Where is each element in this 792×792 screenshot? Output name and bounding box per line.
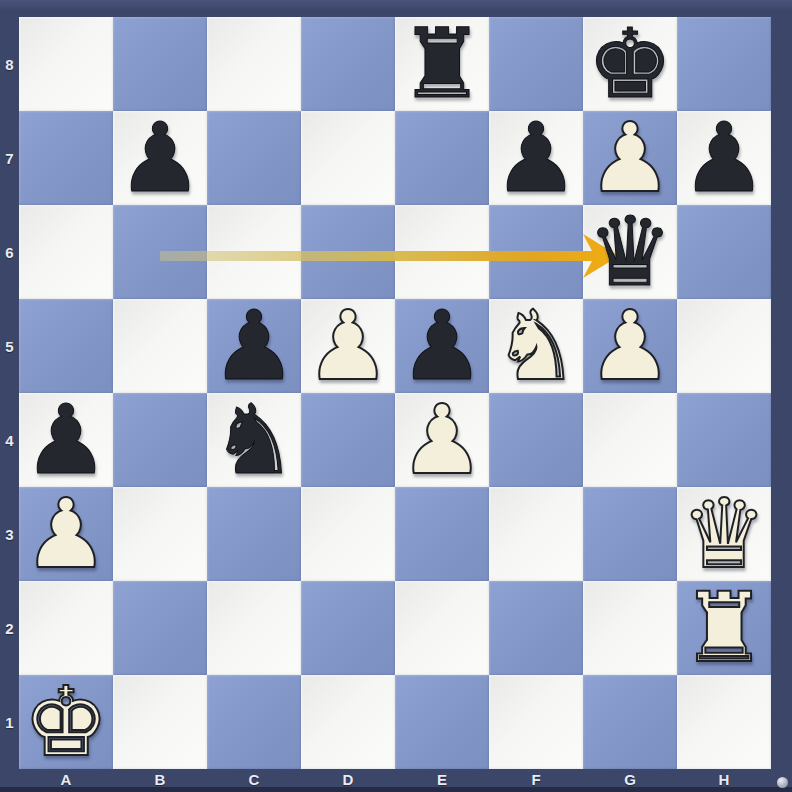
black-pawn-h7: ♟: [681, 111, 767, 205]
square-e3[interactable]: [395, 487, 489, 581]
square-h6[interactable]: [677, 205, 771, 299]
white-pawn-a3: ♟: [23, 487, 109, 581]
square-b7[interactable]: ♟: [113, 111, 207, 205]
square-d8[interactable]: [301, 17, 395, 111]
rank-label-8: 8: [0, 17, 19, 111]
square-c7[interactable]: [207, 111, 301, 205]
rank-label-5: 5: [0, 299, 19, 393]
square-b8[interactable]: [113, 17, 207, 111]
square-d4[interactable]: [301, 393, 395, 487]
square-e4[interactable]: ♟: [395, 393, 489, 487]
square-g3[interactable]: [583, 487, 677, 581]
square-c2[interactable]: [207, 581, 301, 675]
chess-diagram-frame: 87654321 ABCDEFGH ♜♚♟♟♟♟♛♟♟♟♞♟♟♞♟♟♛♜♚: [0, 0, 792, 792]
square-f4[interactable]: [489, 393, 583, 487]
rank-labels: 87654321: [0, 17, 19, 769]
square-d7[interactable]: [301, 111, 395, 205]
square-f3[interactable]: [489, 487, 583, 581]
square-g4[interactable]: [583, 393, 677, 487]
square-f5[interactable]: ♞: [489, 299, 583, 393]
square-e6[interactable]: [395, 205, 489, 299]
file-label-b: B: [113, 769, 207, 789]
black-pawn-e5: ♟: [399, 299, 485, 393]
square-a6[interactable]: [19, 205, 113, 299]
square-a3[interactable]: ♟: [19, 487, 113, 581]
square-h3[interactable]: ♛: [677, 487, 771, 581]
black-pawn-c5: ♟: [211, 299, 297, 393]
black-queen-g6: ♛: [587, 205, 673, 299]
square-g8[interactable]: ♚: [583, 17, 677, 111]
square-a5[interactable]: [19, 299, 113, 393]
square-e5[interactable]: ♟: [395, 299, 489, 393]
square-e7[interactable]: [395, 111, 489, 205]
rank-label-2: 2: [0, 581, 19, 675]
file-label-h: H: [677, 769, 771, 789]
square-a4[interactable]: ♟: [19, 393, 113, 487]
square-c3[interactable]: [207, 487, 301, 581]
square-d1[interactable]: [301, 675, 395, 769]
square-g7[interactable]: ♟: [583, 111, 677, 205]
square-e8[interactable]: ♜: [395, 17, 489, 111]
square-a7[interactable]: [19, 111, 113, 205]
square-f2[interactable]: [489, 581, 583, 675]
white-pawn-g5: ♟: [587, 299, 673, 393]
square-g5[interactable]: ♟: [583, 299, 677, 393]
square-c6[interactable]: [207, 205, 301, 299]
square-c4[interactable]: ♞: [207, 393, 301, 487]
black-pawn-b7: ♟: [117, 111, 203, 205]
square-e2[interactable]: [395, 581, 489, 675]
square-h4[interactable]: [677, 393, 771, 487]
square-f6[interactable]: [489, 205, 583, 299]
square-d5[interactable]: ♟: [301, 299, 395, 393]
square-a8[interactable]: [19, 17, 113, 111]
black-pawn-f7: ♟: [493, 111, 579, 205]
rank-label-6: 6: [0, 205, 19, 299]
square-f7[interactable]: ♟: [489, 111, 583, 205]
file-label-c: C: [207, 769, 301, 789]
square-e1[interactable]: [395, 675, 489, 769]
white-knight-f5: ♞: [493, 299, 579, 393]
square-c1[interactable]: [207, 675, 301, 769]
square-h1[interactable]: [677, 675, 771, 769]
square-d6[interactable]: [301, 205, 395, 299]
square-h8[interactable]: [677, 17, 771, 111]
square-c8[interactable]: [207, 17, 301, 111]
square-b4[interactable]: [113, 393, 207, 487]
white-queen-h3: ♛: [681, 487, 767, 581]
square-a2[interactable]: [19, 581, 113, 675]
white-rook-h2: ♜: [681, 581, 767, 675]
rank-label-4: 4: [0, 393, 19, 487]
square-b3[interactable]: [113, 487, 207, 581]
square-d3[interactable]: [301, 487, 395, 581]
black-knight-c4: ♞: [211, 393, 297, 487]
square-f8[interactable]: [489, 17, 583, 111]
black-pawn-a4: ♟: [23, 393, 109, 487]
black-rook-e8: ♜: [399, 17, 485, 111]
square-f1[interactable]: [489, 675, 583, 769]
square-h7[interactable]: ♟: [677, 111, 771, 205]
rank-label-7: 7: [0, 111, 19, 205]
square-h2[interactable]: ♜: [677, 581, 771, 675]
file-label-d: D: [301, 769, 395, 789]
square-c5[interactable]: ♟: [207, 299, 301, 393]
file-label-e: E: [395, 769, 489, 789]
square-b1[interactable]: [113, 675, 207, 769]
square-b5[interactable]: [113, 299, 207, 393]
file-labels: ABCDEFGH: [19, 769, 771, 789]
rank-label-1: 1: [0, 675, 19, 769]
square-h5[interactable]: [677, 299, 771, 393]
square-g1[interactable]: [583, 675, 677, 769]
file-label-f: F: [489, 769, 583, 789]
white-pawn-e4: ♟: [399, 393, 485, 487]
square-d2[interactable]: [301, 581, 395, 675]
square-a1[interactable]: ♚: [19, 675, 113, 769]
file-label-g: G: [583, 769, 677, 789]
white-king-a1: ♚: [23, 675, 109, 769]
square-g2[interactable]: [583, 581, 677, 675]
square-g6[interactable]: ♛: [583, 205, 677, 299]
chess-board: ♜♚♟♟♟♟♛♟♟♟♞♟♟♞♟♟♛♜♚: [19, 17, 771, 769]
rank-label-3: 3: [0, 487, 19, 581]
square-b6[interactable]: [113, 205, 207, 299]
white-pawn-g7: ♟: [587, 111, 673, 205]
black-king-g8: ♚: [587, 17, 673, 111]
square-b2[interactable]: [113, 581, 207, 675]
white-pawn-d5: ♟: [305, 299, 391, 393]
corner-ball-icon: [777, 777, 788, 788]
